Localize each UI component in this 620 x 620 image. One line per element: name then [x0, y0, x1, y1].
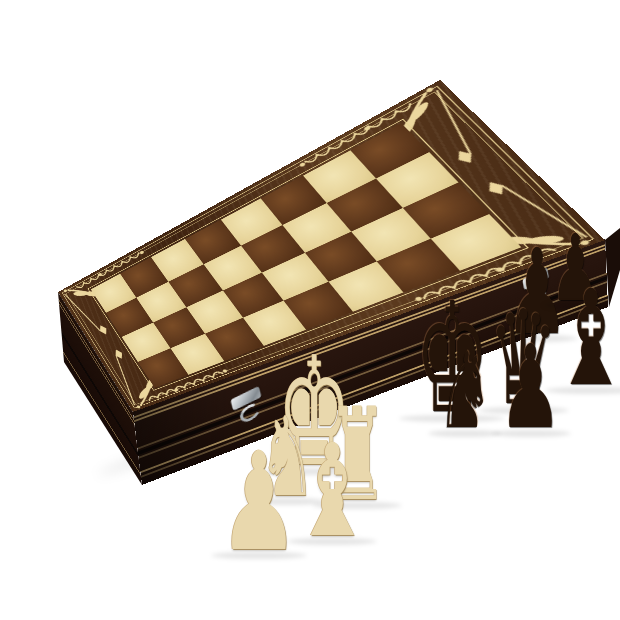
pawn-glyph: ♟: [499, 343, 563, 433]
piece-shadow: [491, 430, 572, 437]
white-pawn-piece: ♟: [191, 449, 327, 555]
product-photo-scene: ♚♜♞♝♟♚♞♟♟♛♝♟: [0, 0, 620, 620]
black-pawn-piece: ♟: [474, 343, 589, 433]
pawn-glyph: ♟: [219, 449, 299, 555]
